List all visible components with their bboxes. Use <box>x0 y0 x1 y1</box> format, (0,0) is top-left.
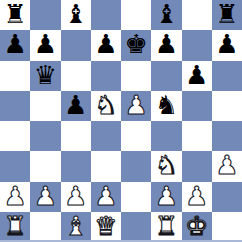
square-c7[interactable] <box>61 30 91 60</box>
square-h4[interactable] <box>212 121 242 151</box>
square-e8[interactable] <box>121 0 151 30</box>
white-bishop[interactable]: ♝ <box>64 213 87 239</box>
square-g6[interactable]: ♟ <box>182 61 212 91</box>
black-pawn[interactable]: ♟ <box>185 62 208 88</box>
square-h5[interactable] <box>212 91 242 121</box>
square-f8[interactable]: ♝ <box>151 0 181 30</box>
white-pawn[interactable]: ♟ <box>64 183 87 209</box>
square-d5[interactable]: ♞ <box>91 91 121 121</box>
square-b3[interactable] <box>30 151 60 181</box>
square-f3[interactable]: ♞ <box>151 151 181 181</box>
black-rook[interactable]: ♜ <box>3 1 26 27</box>
square-g8[interactable] <box>182 0 212 30</box>
square-a1[interactable]: ♜ <box>0 212 30 242</box>
square-b1[interactable] <box>30 212 60 242</box>
square-d1[interactable]: ♛ <box>91 212 121 242</box>
square-f2[interactable]: ♟ <box>151 182 181 212</box>
chess-board: ♜♝♝♜♟♟♟♚♟♟♛♟♟♞♟♞♞♟♟♟♟♟♟♟♜♝♛♜♚ <box>0 0 242 242</box>
square-c4[interactable] <box>61 121 91 151</box>
square-b7[interactable]: ♟ <box>30 30 60 60</box>
square-g4[interactable] <box>182 121 212 151</box>
square-a7[interactable]: ♟ <box>0 30 30 60</box>
black-king[interactable]: ♚ <box>124 31 147 57</box>
square-h8[interactable]: ♜ <box>212 0 242 30</box>
square-e2[interactable] <box>121 182 151 212</box>
square-h7[interactable]: ♟ <box>212 30 242 60</box>
square-b6[interactable]: ♛ <box>30 61 60 91</box>
square-b2[interactable]: ♟ <box>30 182 60 212</box>
square-c6[interactable] <box>61 61 91 91</box>
black-pawn[interactable]: ♟ <box>94 31 117 57</box>
white-pawn[interactable]: ♟ <box>124 92 147 118</box>
square-h3[interactable]: ♟ <box>212 151 242 181</box>
black-queen[interactable]: ♛ <box>34 62 57 88</box>
square-e5[interactable]: ♟ <box>121 91 151 121</box>
black-bishop[interactable]: ♝ <box>155 1 178 27</box>
square-c5[interactable]: ♟ <box>61 91 91 121</box>
square-a4[interactable] <box>0 121 30 151</box>
square-f1[interactable]: ♜ <box>151 212 181 242</box>
square-f5[interactable]: ♞ <box>151 91 181 121</box>
white-pawn[interactable]: ♟ <box>34 183 57 209</box>
square-h1[interactable] <box>212 212 242 242</box>
square-e1[interactable] <box>121 212 151 242</box>
black-pawn[interactable]: ♟ <box>155 31 178 57</box>
chess-board-container: ♜♝♝♜♟♟♟♚♟♟♛♟♟♞♟♞♞♟♟♟♟♟♟♟♜♝♛♜♚ <box>0 0 242 242</box>
square-b4[interactable] <box>30 121 60 151</box>
square-c3[interactable] <box>61 151 91 181</box>
black-knight[interactable]: ♞ <box>155 92 178 118</box>
black-pawn[interactable]: ♟ <box>3 31 26 57</box>
white-rook[interactable]: ♜ <box>3 213 26 239</box>
square-f7[interactable]: ♟ <box>151 30 181 60</box>
white-queen[interactable]: ♛ <box>94 213 117 239</box>
white-pawn[interactable]: ♟ <box>155 183 178 209</box>
black-pawn[interactable]: ♟ <box>215 31 238 57</box>
square-g7[interactable] <box>182 30 212 60</box>
black-rook[interactable]: ♜ <box>215 1 238 27</box>
square-e7[interactable]: ♚ <box>121 30 151 60</box>
white-pawn[interactable]: ♟ <box>215 152 238 178</box>
square-e3[interactable] <box>121 151 151 181</box>
square-e4[interactable] <box>121 121 151 151</box>
white-pawn[interactable]: ♟ <box>3 183 26 209</box>
square-g3[interactable] <box>182 151 212 181</box>
square-b5[interactable] <box>30 91 60 121</box>
square-g1[interactable]: ♚ <box>182 212 212 242</box>
square-d6[interactable] <box>91 61 121 91</box>
square-f4[interactable] <box>151 121 181 151</box>
square-c1[interactable]: ♝ <box>61 212 91 242</box>
square-b8[interactable] <box>30 0 60 30</box>
white-knight[interactable]: ♞ <box>155 152 178 178</box>
black-pawn[interactable]: ♟ <box>34 31 57 57</box>
square-a3[interactable] <box>0 151 30 181</box>
square-a8[interactable]: ♜ <box>0 0 30 30</box>
square-e6[interactable] <box>121 61 151 91</box>
square-d7[interactable]: ♟ <box>91 30 121 60</box>
square-d2[interactable]: ♟ <box>91 182 121 212</box>
white-rook[interactable]: ♜ <box>155 213 178 239</box>
black-pawn[interactable]: ♟ <box>64 92 87 118</box>
square-c8[interactable]: ♝ <box>61 0 91 30</box>
square-g2[interactable]: ♟ <box>182 182 212 212</box>
square-a2[interactable]: ♟ <box>0 182 30 212</box>
black-bishop[interactable]: ♝ <box>64 1 87 27</box>
square-a6[interactable] <box>0 61 30 91</box>
white-king[interactable]: ♚ <box>185 213 208 239</box>
square-a5[interactable] <box>0 91 30 121</box>
square-h2[interactable] <box>212 182 242 212</box>
square-d4[interactable] <box>91 121 121 151</box>
white-pawn[interactable]: ♟ <box>94 183 117 209</box>
square-c2[interactable]: ♟ <box>61 182 91 212</box>
white-pawn[interactable]: ♟ <box>185 183 208 209</box>
white-knight[interactable]: ♞ <box>94 92 117 118</box>
square-f6[interactable] <box>151 61 181 91</box>
square-d8[interactable] <box>91 0 121 30</box>
square-h6[interactable] <box>212 61 242 91</box>
square-g5[interactable] <box>182 91 212 121</box>
square-d3[interactable] <box>91 151 121 181</box>
